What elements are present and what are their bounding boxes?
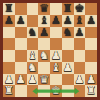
- square-a2[interactable]: ♟: [3, 74, 15, 86]
- square-e2[interactable]: [50, 74, 62, 86]
- square-b3[interactable]: [15, 62, 27, 74]
- black-pawn-icon: ♟: [63, 15, 73, 27]
- square-c3[interactable]: ♞: [27, 62, 39, 74]
- square-a6[interactable]: [3, 27, 15, 39]
- square-d5[interactable]: [38, 38, 50, 50]
- board-frame: ♜♛♜♚♟♟♝♟♟♝♟♞♟♞♟♝♞♟♞♝♟♟♟♟♛♟♟♜♚♜: [0, 0, 100, 100]
- board-wrap: ♜♛♜♚♟♟♝♟♟♝♟♞♟♞♟♝♞♟♞♝♟♟♟♟♛♟♟♜♚♜: [3, 3, 97, 97]
- square-c8[interactable]: [27, 3, 39, 15]
- square-f3[interactable]: ♟: [62, 62, 74, 74]
- square-e7[interactable]: ♟: [50, 15, 62, 27]
- white-bishop-icon: ♝: [27, 50, 37, 62]
- square-h3[interactable]: [85, 62, 97, 74]
- white-rook-icon: ♜: [86, 85, 96, 97]
- square-h7[interactable]: ♟: [85, 15, 97, 27]
- square-a4[interactable]: [3, 50, 15, 62]
- black-knight-icon: ♞: [63, 27, 73, 39]
- square-e1[interactable]: ♚: [50, 85, 62, 97]
- square-h4[interactable]: [85, 50, 97, 62]
- white-queen-icon: ♛: [39, 74, 49, 86]
- black-pawn-icon: ♟: [4, 15, 14, 27]
- square-b2[interactable]: ♟: [15, 74, 27, 86]
- chess-app-screenshot: ♜♛♜♚♟♟♝♟♟♝♟♞♟♞♟♝♞♟♞♝♟♟♟♟♛♟♟♜♚♜: [0, 0, 100, 100]
- square-g2[interactable]: ♟: [74, 74, 86, 86]
- square-a5[interactable]: [3, 38, 15, 50]
- black-queen-icon: ♛: [39, 3, 49, 15]
- square-b6[interactable]: [15, 27, 27, 39]
- black-pawn-icon: ♟: [16, 15, 26, 27]
- square-h1[interactable]: ♜: [85, 85, 97, 97]
- white-knight-icon: ♞: [39, 50, 49, 62]
- square-f6[interactable]: ♞: [62, 27, 74, 39]
- white-king-icon: ♚: [51, 85, 61, 97]
- square-g1[interactable]: [74, 85, 86, 97]
- square-b5[interactable]: [15, 38, 27, 50]
- square-e5[interactable]: [50, 38, 62, 50]
- square-e6[interactable]: [50, 27, 62, 39]
- square-h2[interactable]: ♟: [85, 74, 97, 86]
- square-h8[interactable]: [85, 3, 97, 15]
- square-c5[interactable]: [27, 38, 39, 50]
- square-g7[interactable]: ♝: [74, 15, 86, 27]
- white-pawn-icon: ♟: [86, 74, 96, 86]
- black-king-icon: ♚: [74, 3, 84, 15]
- square-e4[interactable]: ♟: [50, 50, 62, 62]
- white-rook-icon: ♜: [4, 85, 14, 97]
- square-g4[interactable]: [74, 50, 86, 62]
- black-rook-icon: ♜: [63, 3, 73, 15]
- white-pawn-icon: ♟: [27, 74, 37, 86]
- square-b8[interactable]: [15, 3, 27, 15]
- black-knight-icon: ♞: [27, 27, 37, 39]
- square-d1[interactable]: [38, 85, 50, 97]
- white-pawn-icon: ♟: [74, 74, 84, 86]
- white-bishop-icon: ♝: [51, 62, 61, 74]
- square-e3[interactable]: ♝: [50, 62, 62, 74]
- square-d2[interactable]: ♛: [38, 74, 50, 86]
- black-bishop-icon: ♝: [39, 15, 49, 27]
- square-c2[interactable]: ♟: [27, 74, 39, 86]
- square-b1[interactable]: [15, 85, 27, 97]
- square-c7[interactable]: [27, 15, 39, 27]
- chess-board: ♜♛♜♚♟♟♝♟♟♝♟♞♟♞♟♝♞♟♞♝♟♟♟♟♛♟♟♜♚♜: [3, 3, 97, 97]
- square-b4[interactable]: [15, 50, 27, 62]
- square-f8[interactable]: ♜: [62, 3, 74, 15]
- square-a1[interactable]: ♜: [3, 85, 15, 97]
- square-e8[interactable]: [50, 3, 62, 15]
- square-c4[interactable]: ♝: [27, 50, 39, 62]
- square-f1[interactable]: [62, 85, 74, 97]
- square-a3[interactable]: [3, 62, 15, 74]
- square-d4[interactable]: ♞: [38, 50, 50, 62]
- square-g8[interactable]: ♚: [74, 3, 86, 15]
- white-pawn-icon: ♟: [51, 50, 61, 62]
- square-a7[interactable]: ♟: [3, 15, 15, 27]
- black-pawn-icon: ♟: [74, 27, 84, 39]
- square-a8[interactable]: ♜: [3, 3, 15, 15]
- square-g3[interactable]: [74, 62, 86, 74]
- square-f5[interactable]: [62, 38, 74, 50]
- square-h5[interactable]: [85, 38, 97, 50]
- square-b7[interactable]: ♟: [15, 15, 27, 27]
- white-pawn-icon: ♟: [16, 74, 26, 86]
- square-h6[interactable]: [85, 27, 97, 39]
- square-d8[interactable]: ♛: [38, 3, 50, 15]
- square-f4[interactable]: [62, 50, 74, 62]
- square-d7[interactable]: ♝: [38, 15, 50, 27]
- black-rook-icon: ♜: [4, 3, 14, 15]
- square-g5[interactable]: [74, 38, 86, 50]
- square-f7[interactable]: ♟: [62, 15, 74, 27]
- white-knight-icon: ♞: [27, 62, 37, 74]
- black-pawn-icon: ♟: [86, 15, 96, 27]
- square-d3[interactable]: [38, 62, 50, 74]
- white-pawn-icon: ♟: [4, 74, 14, 86]
- black-pawn-icon: ♟: [39, 27, 49, 39]
- square-g6[interactable]: ♟: [74, 27, 86, 39]
- square-c6[interactable]: ♞: [27, 27, 39, 39]
- square-c1[interactable]: [27, 85, 39, 97]
- black-pawn-icon: ♟: [51, 15, 61, 27]
- white-pawn-icon: ♟: [63, 62, 73, 74]
- square-d6[interactable]: ♟: [38, 27, 50, 39]
- black-bishop-icon: ♝: [74, 15, 84, 27]
- square-f2[interactable]: [62, 74, 74, 86]
